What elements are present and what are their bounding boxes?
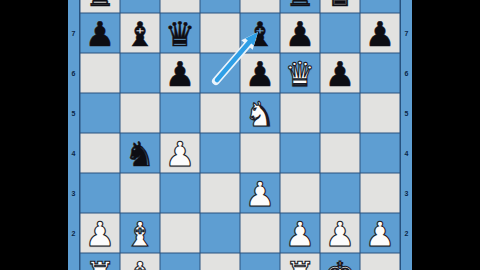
square-e3[interactable]: ♟ bbox=[240, 173, 280, 213]
square-c2[interactable] bbox=[160, 213, 200, 253]
black-rook: ♜ bbox=[80, 0, 120, 13]
rank-label-2: 2 bbox=[401, 213, 412, 253]
square-c6[interactable]: ♟ bbox=[160, 53, 200, 93]
rank-label-6: 6 bbox=[401, 53, 412, 93]
rank-label-7: 7 bbox=[68, 13, 79, 53]
black-bishop: ♝ bbox=[120, 13, 160, 53]
square-d1[interactable] bbox=[200, 253, 240, 270]
square-a1[interactable]: ♜ bbox=[80, 253, 120, 270]
black-pawn: ♟ bbox=[80, 13, 120, 53]
chess-board: ♜♜♚♟♝♛♝♟♟♟♟♛♟♞♞♟♟♟♝♟♟♟♜♝♜♚ bbox=[80, 0, 400, 270]
square-h8[interactable] bbox=[360, 0, 400, 13]
square-g2[interactable]: ♟ bbox=[320, 213, 360, 253]
square-e1[interactable] bbox=[240, 253, 280, 270]
square-f3[interactable] bbox=[280, 173, 320, 213]
white-bishop: ♝ bbox=[120, 213, 160, 253]
black-pawn: ♟ bbox=[280, 13, 320, 53]
square-c1[interactable] bbox=[160, 253, 200, 270]
black-rook: ♜ bbox=[280, 0, 320, 13]
white-pawn: ♟ bbox=[240, 173, 280, 213]
square-h7[interactable]: ♟ bbox=[360, 13, 400, 53]
square-g7[interactable] bbox=[320, 13, 360, 53]
square-f2[interactable]: ♟ bbox=[280, 213, 320, 253]
black-pawn: ♟ bbox=[240, 53, 280, 93]
video-frame: 87654321 ♜♜♚♟♝♛♝♟♟♟♟♛♟♞♞♟♟♟♝♟♟♟♜♝♜♚ 8765… bbox=[0, 0, 480, 270]
square-a2[interactable]: ♟ bbox=[80, 213, 120, 253]
white-bishop: ♝ bbox=[120, 253, 160, 270]
letterbox-left bbox=[0, 0, 68, 270]
square-h6[interactable] bbox=[360, 53, 400, 93]
square-g4[interactable] bbox=[320, 133, 360, 173]
square-a6[interactable] bbox=[80, 53, 120, 93]
square-c5[interactable] bbox=[160, 93, 200, 133]
rank-label-1: 1 bbox=[401, 253, 412, 270]
square-c7[interactable]: ♛ bbox=[160, 13, 200, 53]
square-a7[interactable]: ♟ bbox=[80, 13, 120, 53]
square-b4[interactable]: ♞ bbox=[120, 133, 160, 173]
square-b7[interactable]: ♝ bbox=[120, 13, 160, 53]
square-b3[interactable] bbox=[120, 173, 160, 213]
white-pawn: ♟ bbox=[320, 213, 360, 253]
square-d5[interactable] bbox=[200, 93, 240, 133]
square-b2[interactable]: ♝ bbox=[120, 213, 160, 253]
square-b5[interactable] bbox=[120, 93, 160, 133]
rank-label-4: 4 bbox=[68, 133, 79, 173]
square-g5[interactable] bbox=[320, 93, 360, 133]
square-c8[interactable] bbox=[160, 0, 200, 13]
letterbox-right bbox=[412, 0, 480, 270]
square-f6[interactable]: ♛ bbox=[280, 53, 320, 93]
square-b1[interactable]: ♝ bbox=[120, 253, 160, 270]
square-h5[interactable] bbox=[360, 93, 400, 133]
square-f7[interactable]: ♟ bbox=[280, 13, 320, 53]
white-queen: ♛ bbox=[280, 53, 320, 93]
rank-label-8: 8 bbox=[401, 0, 412, 13]
square-f4[interactable] bbox=[280, 133, 320, 173]
square-h1[interactable] bbox=[360, 253, 400, 270]
black-knight: ♞ bbox=[120, 133, 160, 173]
black-pawn: ♟ bbox=[160, 53, 200, 93]
white-pawn: ♟ bbox=[160, 133, 200, 173]
square-a5[interactable] bbox=[80, 93, 120, 133]
black-pawn: ♟ bbox=[360, 13, 400, 53]
white-rook: ♜ bbox=[280, 253, 320, 270]
square-a4[interactable] bbox=[80, 133, 120, 173]
square-h4[interactable] bbox=[360, 133, 400, 173]
rank-label-8: 8 bbox=[68, 0, 79, 13]
black-king: ♚ bbox=[320, 0, 360, 13]
rank-label-5: 5 bbox=[68, 93, 79, 133]
square-a3[interactable] bbox=[80, 173, 120, 213]
black-bishop: ♝ bbox=[240, 13, 280, 53]
rank-label-6: 6 bbox=[68, 53, 79, 93]
rank-label-3: 3 bbox=[68, 173, 79, 213]
square-f1[interactable]: ♜ bbox=[280, 253, 320, 270]
white-king: ♚ bbox=[320, 253, 360, 270]
square-d7[interactable] bbox=[200, 13, 240, 53]
rank-labels-left: 87654321 bbox=[68, 0, 80, 270]
square-b6[interactable] bbox=[120, 53, 160, 93]
square-g8[interactable]: ♚ bbox=[320, 0, 360, 13]
square-g3[interactable] bbox=[320, 173, 360, 213]
square-h2[interactable]: ♟ bbox=[360, 213, 400, 253]
square-e4[interactable] bbox=[240, 133, 280, 173]
white-rook: ♜ bbox=[80, 253, 120, 270]
square-g6[interactable]: ♟ bbox=[320, 53, 360, 93]
white-pawn: ♟ bbox=[80, 213, 120, 253]
square-d3[interactable] bbox=[200, 173, 240, 213]
square-f8[interactable]: ♜ bbox=[280, 0, 320, 13]
black-queen: ♛ bbox=[160, 13, 200, 53]
square-a8[interactable]: ♜ bbox=[80, 0, 120, 13]
square-c4[interactable]: ♟ bbox=[160, 133, 200, 173]
black-pawn: ♟ bbox=[320, 53, 360, 93]
square-d2[interactable] bbox=[200, 213, 240, 253]
square-d8[interactable] bbox=[200, 0, 240, 13]
square-e8[interactable] bbox=[240, 0, 280, 13]
square-c3[interactable] bbox=[160, 173, 200, 213]
square-d4[interactable] bbox=[200, 133, 240, 173]
square-f5[interactable] bbox=[280, 93, 320, 133]
rank-labels-right: 87654321 bbox=[400, 0, 412, 270]
square-g1[interactable]: ♚ bbox=[320, 253, 360, 270]
rank-label-5: 5 bbox=[401, 93, 412, 133]
square-e2[interactable] bbox=[240, 213, 280, 253]
white-pawn: ♟ bbox=[360, 213, 400, 253]
rank-label-1: 1 bbox=[68, 253, 79, 270]
rank-label-2: 2 bbox=[68, 213, 79, 253]
square-e5[interactable]: ♞ bbox=[240, 93, 280, 133]
rank-label-3: 3 bbox=[401, 173, 412, 213]
rank-label-7: 7 bbox=[401, 13, 412, 53]
square-d6[interactable] bbox=[200, 53, 240, 93]
square-b8[interactable] bbox=[120, 0, 160, 13]
square-e7[interactable]: ♝ bbox=[240, 13, 280, 53]
white-pawn: ♟ bbox=[280, 213, 320, 253]
white-knight: ♞ bbox=[240, 93, 280, 133]
square-e6[interactable]: ♟ bbox=[240, 53, 280, 93]
rank-label-4: 4 bbox=[401, 133, 412, 173]
square-h3[interactable] bbox=[360, 173, 400, 213]
